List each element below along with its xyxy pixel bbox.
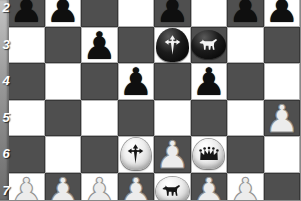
- square-r6-f2[interactable]: [45, 136, 82, 173]
- black-dog-piece-body: [191, 30, 226, 59]
- black-pawn-glyph: ♟: [82, 27, 116, 65]
- square-r6-f3[interactable]: [81, 136, 118, 173]
- square-r4-f5[interactable]: [154, 63, 191, 100]
- white-pawn-glyph: ♟: [82, 173, 116, 200]
- square-r7-f6[interactable]: ♟: [191, 173, 228, 201]
- cross-icon: [164, 32, 181, 58]
- black-cross-piece-body: [156, 28, 189, 62]
- square-r5-f8[interactable]: ♟: [264, 100, 301, 137]
- white-pawn-glyph: ♟: [228, 173, 262, 200]
- black-pawn[interactable]: ♟: [264, 0, 301, 27]
- square-r2-f4[interactable]: [118, 0, 155, 27]
- white-pawn-glyph: ♟: [119, 173, 153, 200]
- rank-label-4: 4: [0, 74, 12, 88]
- black-pawn[interactable]: ♟: [118, 63, 155, 100]
- rank-label-6: 6: [0, 147, 12, 161]
- square-r4-f2[interactable]: [45, 63, 82, 100]
- square-r2-f5[interactable]: ♟: [154, 0, 191, 27]
- square-r2-f3[interactable]: [81, 0, 118, 27]
- square-r7-f2[interactable]: ♟: [45, 173, 82, 201]
- square-r6-f5[interactable]: ♟: [154, 136, 191, 173]
- black-pawn-glyph: ♟: [265, 0, 299, 28]
- rank-label-3: 3: [0, 38, 12, 52]
- black-pawn-glyph: ♟: [155, 0, 189, 28]
- square-r4-f8[interactable]: [264, 63, 301, 100]
- white-pawn[interactable]: ♟: [264, 100, 301, 137]
- black-pawn[interactable]: ♟: [45, 0, 82, 27]
- square-r5-f5[interactable]: [154, 100, 191, 137]
- square-r5-f3[interactable]: [81, 100, 118, 137]
- square-r4-f7[interactable]: [227, 63, 264, 100]
- black-pawn-glyph: ♟: [9, 0, 43, 28]
- dog-icon: [161, 184, 183, 198]
- black-pawn[interactable]: ♟: [81, 27, 118, 64]
- black-pawn-glyph: ♟: [119, 63, 153, 101]
- white-dog-piece-body: [156, 177, 189, 200]
- white-crown-piece[interactable]: [191, 136, 228, 173]
- square-r7-f8[interactable]: [264, 173, 301, 201]
- square-r2-f7[interactable]: ♟: [227, 0, 264, 27]
- white-pawn[interactable]: ♟: [45, 173, 82, 201]
- square-r3-f1[interactable]: [8, 27, 45, 64]
- square-r2-f2[interactable]: ♟: [45, 0, 82, 27]
- white-cross-piece[interactable]: [118, 136, 155, 173]
- square-r6-f1[interactable]: [8, 136, 45, 173]
- black-pawn-glyph: ♟: [192, 63, 226, 101]
- square-r2-f6[interactable]: [191, 0, 228, 27]
- white-dog-piece[interactable]: [154, 173, 191, 201]
- square-r6-f4[interactable]: [118, 136, 155, 173]
- white-pawn[interactable]: ♟: [8, 173, 45, 201]
- square-r3-f8[interactable]: [264, 27, 301, 64]
- white-pawn[interactable]: ♟: [227, 173, 264, 201]
- white-cross-piece-body: [121, 138, 151, 170]
- rank-label-2: 2: [0, 1, 12, 15]
- crown-icon: [198, 146, 220, 162]
- square-r7-f1[interactable]: ♟: [8, 173, 45, 201]
- square-r2-f1[interactable]: ♟: [8, 0, 45, 27]
- black-pawn[interactable]: ♟: [191, 63, 228, 100]
- square-r2-f8[interactable]: ♟: [264, 0, 301, 27]
- white-pawn-glyph: ♟: [192, 173, 226, 200]
- board-viewport: ♟♟♟♟♟♟♟♟♟♟♟♟♟♟♟♟ 234567: [0, 0, 300, 200]
- square-r3-f7[interactable]: [227, 27, 264, 64]
- cross-icon: [127, 141, 144, 167]
- white-pawn-glyph: ♟: [9, 173, 43, 200]
- square-r5-f1[interactable]: [8, 100, 45, 137]
- square-r3-f4[interactable]: [118, 27, 155, 64]
- white-pawn-glyph: ♟: [155, 136, 189, 174]
- square-r5-f4[interactable]: [118, 100, 155, 137]
- chess-board: ♟♟♟♟♟♟♟♟♟♟♟♟♟♟♟♟: [8, 0, 300, 200]
- white-pawn[interactable]: ♟: [191, 173, 228, 201]
- white-pawn[interactable]: ♟: [154, 136, 191, 173]
- rank-label-5: 5: [0, 111, 12, 125]
- square-r6-f7[interactable]: [227, 136, 264, 173]
- white-crown-piece-body: [193, 139, 224, 169]
- white-pawn-glyph: ♟: [46, 173, 80, 200]
- black-pawn-glyph: ♟: [228, 0, 262, 28]
- square-r4-f6[interactable]: ♟: [191, 63, 228, 100]
- black-dog-piece[interactable]: [191, 27, 228, 64]
- black-pawn[interactable]: ♟: [227, 0, 264, 27]
- black-pawn[interactable]: ♟: [8, 0, 45, 27]
- white-pawn[interactable]: ♟: [118, 173, 155, 201]
- black-pawn-glyph: ♟: [46, 0, 80, 28]
- square-r7-f7[interactable]: ♟: [227, 173, 264, 201]
- square-r3-f6[interactable]: [191, 27, 228, 64]
- square-r3-f5[interactable]: [154, 27, 191, 64]
- white-pawn-glyph: ♟: [265, 100, 299, 138]
- black-pawn[interactable]: ♟: [154, 0, 191, 27]
- square-r5-f2[interactable]: [45, 100, 82, 137]
- square-r4-f3[interactable]: [81, 63, 118, 100]
- square-r4-f1[interactable]: [8, 63, 45, 100]
- rank-label-7: 7: [0, 184, 12, 198]
- square-r7-f5[interactable]: [154, 173, 191, 201]
- square-r3-f2[interactable]: [45, 27, 82, 64]
- black-cross-piece[interactable]: [154, 27, 191, 64]
- square-r7-f3[interactable]: ♟: [81, 173, 118, 201]
- rank-label-strip: 234567: [0, 0, 9, 200]
- square-r7-f4[interactable]: ♟: [118, 173, 155, 201]
- square-r6-f6[interactable]: [191, 136, 228, 173]
- square-r5-f6[interactable]: [191, 100, 228, 137]
- square-r4-f4[interactable]: ♟: [118, 63, 155, 100]
- dog-icon: [198, 38, 220, 52]
- square-r5-f7[interactable]: [227, 100, 264, 137]
- square-r6-f8[interactable]: [264, 136, 301, 173]
- square-r3-f3[interactable]: ♟: [81, 27, 118, 64]
- white-pawn[interactable]: ♟: [81, 173, 118, 201]
